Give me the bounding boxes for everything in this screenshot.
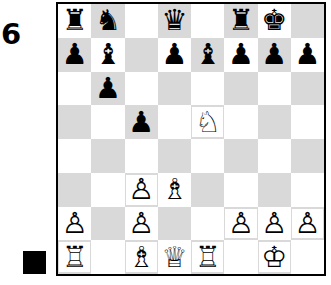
square-b4 bbox=[91, 139, 124, 173]
square-c4 bbox=[125, 139, 158, 173]
square-b3 bbox=[91, 173, 124, 207]
white-pawn: ♙ bbox=[261, 209, 287, 238]
square-a4 bbox=[58, 139, 91, 173]
square-c7 bbox=[125, 38, 158, 72]
square-h8 bbox=[291, 4, 324, 38]
white-king: ♔ bbox=[261, 243, 287, 272]
square-d5 bbox=[158, 105, 191, 139]
square-h1 bbox=[291, 240, 324, 274]
square-c3: ♙ bbox=[125, 173, 158, 207]
square-e2 bbox=[191, 207, 224, 241]
square-f2: ♙ bbox=[224, 207, 257, 241]
square-g5 bbox=[258, 105, 291, 139]
square-b8: ♞ bbox=[91, 4, 124, 38]
square-d3: ♗ bbox=[158, 173, 191, 207]
white-bishop: ♗ bbox=[161, 175, 187, 204]
square-h5 bbox=[291, 105, 324, 139]
black-pawn: ♟ bbox=[128, 108, 154, 137]
black-rook: ♜ bbox=[62, 6, 88, 35]
black-pawn: ♟ bbox=[161, 40, 187, 69]
square-a5 bbox=[58, 105, 91, 139]
square-f7: ♟ bbox=[224, 38, 257, 72]
square-a8: ♜ bbox=[58, 4, 91, 38]
square-c1: ♗ bbox=[125, 240, 158, 274]
square-h6 bbox=[291, 72, 324, 106]
black-rook: ♜ bbox=[228, 6, 254, 35]
square-e4 bbox=[191, 139, 224, 173]
white-pawn: ♙ bbox=[128, 209, 154, 238]
square-c6 bbox=[125, 72, 158, 106]
square-f8: ♜ bbox=[224, 4, 257, 38]
square-c8 bbox=[125, 4, 158, 38]
black-king: ♚ bbox=[261, 6, 287, 35]
white-pawn: ♙ bbox=[294, 209, 320, 238]
square-g4 bbox=[258, 139, 291, 173]
white-knight: ♘ bbox=[195, 108, 221, 137]
square-f4 bbox=[224, 139, 257, 173]
black-bishop: ♝ bbox=[195, 40, 221, 69]
square-d8: ♛ bbox=[158, 4, 191, 38]
square-g6 bbox=[258, 72, 291, 106]
square-b2 bbox=[91, 207, 124, 241]
square-h3 bbox=[291, 173, 324, 207]
square-d4 bbox=[158, 139, 191, 173]
square-f3 bbox=[224, 173, 257, 207]
square-b1 bbox=[91, 240, 124, 274]
square-e3 bbox=[191, 173, 224, 207]
chess-board: ♜♞♛♜♚♟♝♟♝♟♟♟♟♟♘♙♗♙♙♙♙♙♖♗♕♖♔ bbox=[56, 2, 326, 276]
white-rook: ♖ bbox=[62, 243, 88, 272]
square-b6: ♟ bbox=[91, 72, 124, 106]
square-g1: ♔ bbox=[258, 240, 291, 274]
black-pawn: ♟ bbox=[62, 40, 88, 69]
black-queen: ♛ bbox=[161, 6, 187, 35]
square-e6 bbox=[191, 72, 224, 106]
square-f1 bbox=[224, 240, 257, 274]
square-c2: ♙ bbox=[125, 207, 158, 241]
black-pawn: ♟ bbox=[261, 40, 287, 69]
white-pawn: ♙ bbox=[228, 209, 254, 238]
square-f6 bbox=[224, 72, 257, 106]
square-e7: ♝ bbox=[191, 38, 224, 72]
square-g7: ♟ bbox=[258, 38, 291, 72]
square-d2 bbox=[158, 207, 191, 241]
square-d7: ♟ bbox=[158, 38, 191, 72]
square-a3 bbox=[58, 173, 91, 207]
white-pawn: ♙ bbox=[62, 209, 88, 238]
square-e1: ♖ bbox=[191, 240, 224, 274]
square-h4 bbox=[291, 139, 324, 173]
white-rook: ♖ bbox=[195, 243, 221, 272]
square-a7: ♟ bbox=[58, 38, 91, 72]
square-a2: ♙ bbox=[58, 207, 91, 241]
square-b7: ♝ bbox=[91, 38, 124, 72]
black-to-move-indicator bbox=[23, 251, 46, 274]
white-pawn: ♙ bbox=[128, 175, 154, 204]
diagram-number: 6 bbox=[1, 20, 49, 49]
square-h7: ♟ bbox=[291, 38, 324, 72]
black-pawn: ♟ bbox=[294, 40, 320, 69]
square-e5: ♘ bbox=[191, 105, 224, 139]
black-pawn: ♟ bbox=[95, 74, 121, 103]
white-bishop: ♗ bbox=[128, 243, 154, 272]
square-g3 bbox=[258, 173, 291, 207]
black-knight: ♞ bbox=[95, 6, 121, 35]
square-a1: ♖ bbox=[58, 240, 91, 274]
square-g8: ♚ bbox=[258, 4, 291, 38]
square-g2: ♙ bbox=[258, 207, 291, 241]
square-e8 bbox=[191, 4, 224, 38]
square-h2: ♙ bbox=[291, 207, 324, 241]
square-b5 bbox=[91, 105, 124, 139]
square-f5 bbox=[224, 105, 257, 139]
white-queen: ♕ bbox=[161, 243, 187, 272]
square-d1: ♕ bbox=[158, 240, 191, 274]
black-bishop: ♝ bbox=[95, 40, 121, 69]
square-d6 bbox=[158, 72, 191, 106]
black-pawn: ♟ bbox=[228, 40, 254, 69]
square-a6 bbox=[58, 72, 91, 106]
square-c5: ♟ bbox=[125, 105, 158, 139]
